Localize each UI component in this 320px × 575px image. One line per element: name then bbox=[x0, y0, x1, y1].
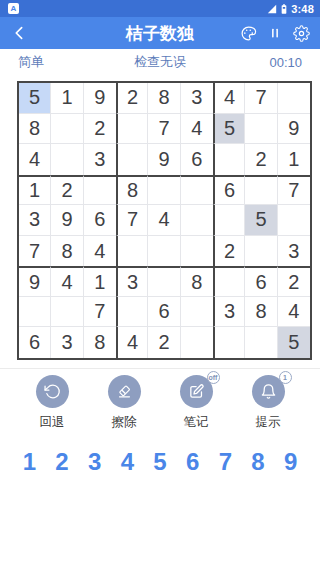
cell-r7c3[interactable]: 1 bbox=[84, 266, 116, 297]
cell-r1c7[interactable]: 4 bbox=[213, 83, 245, 114]
numpad-digit-8[interactable]: 8 bbox=[242, 448, 275, 476]
sudoku-board: 5192834782745943962112867396745784239413… bbox=[17, 81, 312, 360]
cell-r2c1[interactable]: 8 bbox=[19, 114, 51, 145]
cell-r5c9[interactable] bbox=[278, 205, 310, 236]
pause-icon bbox=[268, 26, 282, 40]
cell-r3c6[interactable]: 6 bbox=[181, 144, 213, 175]
cell-r8c3[interactable]: 7 bbox=[84, 297, 116, 328]
info-bar: 简单 检查无误 00:10 bbox=[0, 49, 320, 75]
cell-r1c8[interactable]: 7 bbox=[245, 83, 277, 114]
cell-r8c1[interactable] bbox=[19, 297, 51, 328]
cell-r3c5[interactable]: 9 bbox=[148, 144, 180, 175]
cell-r9c6[interactable] bbox=[181, 327, 213, 358]
cell-r7c6[interactable]: 8 bbox=[181, 266, 213, 297]
hint-label: 提示 bbox=[256, 414, 281, 431]
cell-r7c2[interactable]: 4 bbox=[51, 266, 83, 297]
cell-r3c1[interactable]: 4 bbox=[19, 144, 51, 175]
cell-r2c2[interactable] bbox=[51, 114, 83, 145]
app-window: A 3:48 桔子数独 bbox=[0, 0, 320, 575]
notes-button-circle: off bbox=[180, 375, 213, 408]
cell-r4c9[interactable]: 7 bbox=[278, 175, 310, 206]
notes-button[interactable]: off 笔记 bbox=[160, 375, 232, 431]
hint-button-circle: 1 bbox=[252, 375, 285, 408]
notes-icon bbox=[188, 383, 205, 400]
erase-button-circle bbox=[108, 375, 141, 408]
notification-app-icon: A bbox=[8, 3, 19, 14]
cell-r2c6[interactable]: 4 bbox=[181, 114, 213, 145]
back-button[interactable] bbox=[10, 23, 30, 43]
cell-r1c4[interactable]: 2 bbox=[116, 83, 148, 114]
toolbar: 回退 擦除 off 笔记 1 提示 bbox=[0, 375, 320, 431]
cell-r1c6[interactable]: 3 bbox=[181, 83, 213, 114]
numpad: 123456789 bbox=[0, 448, 320, 476]
cell-r7c1[interactable]: 9 bbox=[19, 266, 51, 297]
cell-r4c6[interactable] bbox=[181, 175, 213, 206]
numpad-digit-2[interactable]: 2 bbox=[46, 448, 79, 476]
cell-r5c7[interactable] bbox=[213, 205, 245, 236]
cell-r5c5[interactable]: 4 bbox=[148, 205, 180, 236]
undo-button[interactable]: 回退 bbox=[16, 375, 88, 431]
cell-r4c3[interactable] bbox=[84, 175, 116, 206]
cell-r3c7[interactable] bbox=[213, 144, 245, 175]
cell-r9c8[interactable] bbox=[245, 327, 277, 358]
hint-badge: 1 bbox=[279, 371, 292, 384]
undo-icon bbox=[44, 383, 61, 400]
cell-r9c1[interactable]: 6 bbox=[19, 327, 51, 358]
check-status-label: 检查无误 bbox=[98, 53, 222, 71]
cell-r9c4[interactable]: 4 bbox=[116, 327, 148, 358]
cell-r3c4[interactable] bbox=[116, 144, 148, 175]
app-bar-actions bbox=[240, 25, 310, 42]
cell-r7c7[interactable] bbox=[213, 266, 245, 297]
chevron-left-icon bbox=[10, 23, 30, 43]
palette-icon bbox=[240, 25, 257, 42]
undo-button-circle bbox=[36, 375, 69, 408]
section-divider bbox=[0, 368, 320, 369]
undo-label: 回退 bbox=[40, 414, 65, 431]
cell-r1c5[interactable]: 8 bbox=[148, 83, 180, 114]
cell-r9c7[interactable] bbox=[213, 327, 245, 358]
cell-r8c5[interactable]: 6 bbox=[148, 297, 180, 328]
cell-r2c3[interactable]: 2 bbox=[84, 114, 116, 145]
status-bar-time: 3:48 bbox=[291, 3, 314, 15]
cell-r8c7[interactable]: 3 bbox=[213, 297, 245, 328]
erase-label: 擦除 bbox=[112, 414, 137, 431]
cell-r6c5[interactable] bbox=[148, 236, 180, 267]
cell-r8c2[interactable] bbox=[51, 297, 83, 328]
settings-button[interactable] bbox=[293, 25, 310, 42]
cell-r8c8[interactable]: 8 bbox=[245, 297, 277, 328]
cell-r2c8[interactable] bbox=[245, 114, 277, 145]
cell-r4c1[interactable]: 1 bbox=[19, 175, 51, 206]
cell-r3c2[interactable] bbox=[51, 144, 83, 175]
notes-badge: off bbox=[207, 371, 220, 384]
cell-r6c1[interactable]: 7 bbox=[19, 236, 51, 267]
cell-r7c8[interactable]: 6 bbox=[245, 266, 277, 297]
battery-icon bbox=[280, 3, 288, 15]
cell-r9c5[interactable]: 2 bbox=[148, 327, 180, 358]
cell-r3c3[interactable]: 3 bbox=[84, 144, 116, 175]
cell-r5c4[interactable]: 7 bbox=[116, 205, 148, 236]
cell-r1c1[interactable]: 5 bbox=[19, 83, 51, 114]
cell-r4c4[interactable]: 8 bbox=[116, 175, 148, 206]
numpad-digit-4[interactable]: 4 bbox=[111, 448, 144, 476]
numpad-digit-3[interactable]: 3 bbox=[78, 448, 111, 476]
numpad-digit-6[interactable]: 6 bbox=[176, 448, 209, 476]
cell-r2c9[interactable]: 9 bbox=[278, 114, 310, 145]
hint-button[interactable]: 1 提示 bbox=[232, 375, 304, 431]
cell-r3c9[interactable]: 1 bbox=[278, 144, 310, 175]
bell-icon bbox=[260, 383, 277, 400]
signal-icon bbox=[267, 4, 277, 14]
cell-r1c3[interactable]: 9 bbox=[84, 83, 116, 114]
cell-r9c3[interactable]: 8 bbox=[84, 327, 116, 358]
theme-button[interactable] bbox=[240, 25, 257, 42]
gear-icon bbox=[293, 25, 310, 42]
cell-r4c7[interactable]: 6 bbox=[213, 175, 245, 206]
numpad-digit-9[interactable]: 9 bbox=[274, 448, 307, 476]
cell-r6c9[interactable]: 3 bbox=[278, 236, 310, 267]
cell-r3c8[interactable]: 2 bbox=[245, 144, 277, 175]
cell-r2c5[interactable]: 7 bbox=[148, 114, 180, 145]
cell-r8c6[interactable] bbox=[181, 297, 213, 328]
cell-r1c2[interactable]: 1 bbox=[51, 83, 83, 114]
cell-r5c6[interactable] bbox=[181, 205, 213, 236]
cell-r6c4[interactable] bbox=[116, 236, 148, 267]
cell-r4c5[interactable] bbox=[148, 175, 180, 206]
eraser-icon bbox=[116, 383, 133, 400]
cell-r6c7[interactable]: 2 bbox=[213, 236, 245, 267]
cell-r2c7[interactable]: 5 bbox=[213, 114, 245, 145]
cell-r6c2[interactable]: 8 bbox=[51, 236, 83, 267]
numpad-digit-1[interactable]: 1 bbox=[13, 448, 46, 476]
cell-r5c8[interactable]: 5 bbox=[245, 205, 277, 236]
cell-r2c4[interactable] bbox=[116, 114, 148, 145]
cell-r9c9[interactable]: 5 bbox=[278, 327, 310, 358]
cell-r4c2[interactable]: 2 bbox=[51, 175, 83, 206]
erase-button[interactable]: 擦除 bbox=[88, 375, 160, 431]
notes-label: 笔记 bbox=[184, 414, 209, 431]
pause-button[interactable] bbox=[268, 26, 282, 40]
cell-r5c1[interactable]: 3 bbox=[19, 205, 51, 236]
cell-r1c9[interactable] bbox=[278, 83, 310, 114]
difficulty-label: 简单 bbox=[18, 53, 98, 71]
cell-r9c2[interactable]: 3 bbox=[51, 327, 83, 358]
cell-r4c8[interactable] bbox=[245, 175, 277, 206]
cell-r8c4[interactable] bbox=[116, 297, 148, 328]
cell-r6c8[interactable] bbox=[245, 236, 277, 267]
timer-label: 00:10 bbox=[222, 55, 302, 70]
cell-r7c4[interactable]: 3 bbox=[116, 266, 148, 297]
cell-r7c9[interactable]: 2 bbox=[278, 266, 310, 297]
numpad-digit-5[interactable]: 5 bbox=[144, 448, 177, 476]
app-bar: 桔子数独 bbox=[0, 17, 320, 49]
cell-r5c2[interactable]: 9 bbox=[51, 205, 83, 236]
status-bar: A 3:48 bbox=[0, 0, 320, 17]
cell-r7c5[interactable] bbox=[148, 266, 180, 297]
cell-r8c9[interactable]: 4 bbox=[278, 297, 310, 328]
cell-r6c6[interactable] bbox=[181, 236, 213, 267]
status-bar-right: 3:48 bbox=[267, 3, 314, 15]
cell-r5c3[interactable]: 6 bbox=[84, 205, 116, 236]
numpad-digit-7[interactable]: 7 bbox=[209, 448, 242, 476]
cell-r6c3[interactable]: 4 bbox=[84, 236, 116, 267]
